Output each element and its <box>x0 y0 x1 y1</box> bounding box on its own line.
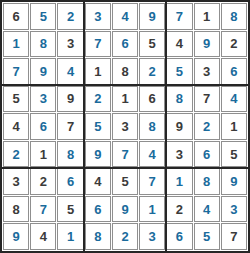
cell-r7c3[interactable]: 6 <box>57 168 83 195</box>
cell-r9c4[interactable]: 8 <box>85 223 111 250</box>
cell-r1c4[interactable]: 3 <box>85 3 111 30</box>
cell-r8c8[interactable]: 4 <box>194 196 220 223</box>
cell-r4c9[interactable]: 4 <box>221 86 247 113</box>
cell-r2c2[interactable]: 8 <box>30 31 56 58</box>
cell-r3c8[interactable]: 3 <box>194 58 220 85</box>
cell-r7c6[interactable]: 7 <box>139 168 165 195</box>
cell-r7c5[interactable]: 5 <box>112 168 138 195</box>
cell-r3c1[interactable]: 7 <box>3 58 29 85</box>
cell-r7c9[interactable]: 9 <box>221 168 247 195</box>
cell-r9c5[interactable]: 2 <box>112 223 138 250</box>
cell-r1c2[interactable]: 5 <box>30 3 56 30</box>
cell-r8c5[interactable]: 9 <box>112 196 138 223</box>
sudoku-grid: 6523497181837654927941825365392168744675… <box>2 2 248 251</box>
cell-r7c1[interactable]: 3 <box>3 168 29 195</box>
cell-r5c7[interactable]: 9 <box>166 113 192 140</box>
cell-r7c7[interactable]: 1 <box>166 168 192 195</box>
cell-r6c1[interactable]: 2 <box>3 141 29 168</box>
cell-r6c5[interactable]: 7 <box>112 141 138 168</box>
cell-r4c2[interactable]: 3 <box>30 86 56 113</box>
cell-r1c3[interactable]: 2 <box>57 3 83 30</box>
cell-r9c9[interactable]: 7 <box>221 223 247 250</box>
cell-r3c5[interactable]: 8 <box>112 58 138 85</box>
cell-r9c8[interactable]: 5 <box>194 223 220 250</box>
cell-r1c9[interactable]: 8 <box>221 3 247 30</box>
cell-r8c1[interactable]: 8 <box>3 196 29 223</box>
cell-r6c4[interactable]: 9 <box>85 141 111 168</box>
cell-r9c1[interactable]: 9 <box>3 223 29 250</box>
cell-r4c6[interactable]: 6 <box>139 86 165 113</box>
sudoku-board: 6523497181837654927941825365392168744675… <box>0 0 250 253</box>
cell-r5c2[interactable]: 6 <box>30 113 56 140</box>
cell-r2c1[interactable]: 1 <box>3 31 29 58</box>
cell-r4c5[interactable]: 1 <box>112 86 138 113</box>
cell-r2c4[interactable]: 7 <box>85 31 111 58</box>
cell-r5c9[interactable]: 1 <box>221 113 247 140</box>
cell-r1c8[interactable]: 1 <box>194 3 220 30</box>
cell-r9c7[interactable]: 6 <box>166 223 192 250</box>
cell-r2c6[interactable]: 5 <box>139 31 165 58</box>
cell-r5c5[interactable]: 3 <box>112 113 138 140</box>
cell-r3c3[interactable]: 4 <box>57 58 83 85</box>
cell-r2c7[interactable]: 4 <box>166 31 192 58</box>
cell-r8c3[interactable]: 5 <box>57 196 83 223</box>
cell-r1c6[interactable]: 9 <box>139 3 165 30</box>
cell-r4c7[interactable]: 8 <box>166 86 192 113</box>
cell-r3c6[interactable]: 2 <box>139 58 165 85</box>
cell-r7c4[interactable]: 4 <box>85 168 111 195</box>
cell-r8c9[interactable]: 3 <box>221 196 247 223</box>
cell-r4c8[interactable]: 7 <box>194 86 220 113</box>
cell-r5c1[interactable]: 4 <box>3 113 29 140</box>
cell-r2c9[interactable]: 2 <box>221 31 247 58</box>
cell-r6c7[interactable]: 3 <box>166 141 192 168</box>
cell-r5c3[interactable]: 7 <box>57 113 83 140</box>
cell-r5c6[interactable]: 8 <box>139 113 165 140</box>
cell-r8c6[interactable]: 1 <box>139 196 165 223</box>
cell-r9c6[interactable]: 3 <box>139 223 165 250</box>
cell-r8c2[interactable]: 7 <box>30 196 56 223</box>
cell-r1c1[interactable]: 6 <box>3 3 29 30</box>
cell-r9c2[interactable]: 4 <box>30 223 56 250</box>
cell-r1c7[interactable]: 7 <box>166 3 192 30</box>
cell-r3c9[interactable]: 6 <box>221 58 247 85</box>
cell-r6c8[interactable]: 6 <box>194 141 220 168</box>
cell-r3c7[interactable]: 5 <box>166 58 192 85</box>
cell-r4c4[interactable]: 2 <box>85 86 111 113</box>
cell-r8c7[interactable]: 2 <box>166 196 192 223</box>
cell-r1c5[interactable]: 4 <box>112 3 138 30</box>
cell-r3c4[interactable]: 1 <box>85 58 111 85</box>
cell-r7c2[interactable]: 2 <box>30 168 56 195</box>
cell-r9c3[interactable]: 1 <box>57 223 83 250</box>
cell-r7c8[interactable]: 8 <box>194 168 220 195</box>
cell-r6c6[interactable]: 4 <box>139 141 165 168</box>
cell-r5c8[interactable]: 2 <box>194 113 220 140</box>
cell-r2c5[interactable]: 6 <box>112 31 138 58</box>
cell-r8c4[interactable]: 6 <box>85 196 111 223</box>
cell-r2c8[interactable]: 9 <box>194 31 220 58</box>
cell-r6c2[interactable]: 1 <box>30 141 56 168</box>
cell-r6c9[interactable]: 5 <box>221 141 247 168</box>
cell-r4c1[interactable]: 5 <box>3 86 29 113</box>
cell-r5c4[interactable]: 5 <box>85 113 111 140</box>
cell-r6c3[interactable]: 8 <box>57 141 83 168</box>
cell-r4c3[interactable]: 9 <box>57 86 83 113</box>
cell-r2c3[interactable]: 3 <box>57 31 83 58</box>
cell-r3c2[interactable]: 9 <box>30 58 56 85</box>
